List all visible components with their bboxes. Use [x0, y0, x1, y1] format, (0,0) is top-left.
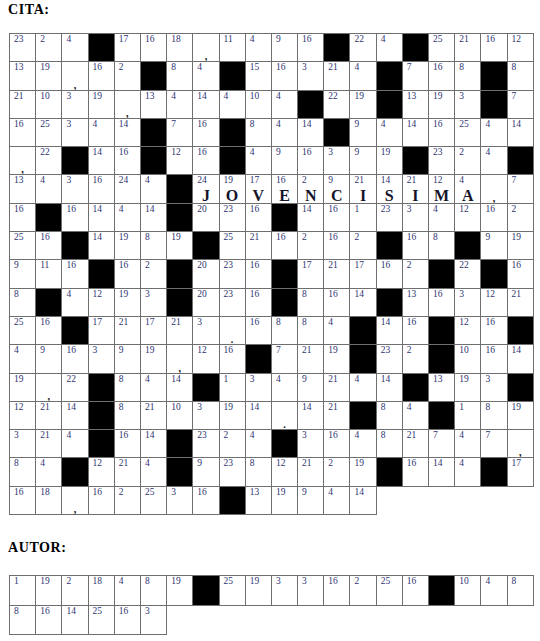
letter-cell[interactable]: 14S [376, 174, 403, 203]
number-cell[interactable]: 14 [192, 90, 219, 119]
number-cell[interactable]: 14 [88, 231, 115, 260]
number-cell[interactable]: 4 [114, 203, 141, 232]
number-cell[interactable]: 8 [9, 288, 36, 317]
number-cell[interactable]: 10 [245, 90, 272, 119]
number-cell[interactable]: 2 [349, 575, 376, 606]
number-cell[interactable]: 16 [114, 605, 141, 636]
number-cell[interactable]: 16 [480, 203, 507, 232]
number-cell[interactable]: 2 [114, 61, 141, 90]
number-cell[interactable]: 25 [9, 316, 36, 345]
number-cell[interactable]: 8 [297, 288, 324, 317]
number-cell[interactable]: 16 [428, 61, 455, 90]
number-cell[interactable]: 9 [480, 231, 507, 260]
number-cell[interactable]: 1 [454, 401, 481, 430]
number-cell[interactable]: 16 [271, 61, 298, 90]
number-cell[interactable]: 4 [88, 118, 115, 147]
number-cell[interactable]: 1 [349, 203, 376, 232]
number-cell[interactable]: 9 [271, 33, 298, 62]
clue-number: 14 [302, 119, 312, 130]
number-cell[interactable]: 1 [9, 575, 36, 606]
number-cell[interactable]: 20 [192, 203, 219, 232]
number-cell[interactable]: 12 [88, 288, 115, 317]
number-cell[interactable]: 3 [323, 146, 350, 175]
number-cell[interactable]: 24 [114, 174, 141, 203]
number-cell[interactable]: 9 [271, 146, 298, 175]
number-cell[interactable]: 9 [297, 373, 324, 402]
number-cell[interactable]: 3 [271, 575, 298, 606]
number-cell[interactable]: 9 [35, 344, 62, 373]
number-cell[interactable]: 16 [271, 231, 298, 260]
number-cell[interactable]: 16 [9, 486, 36, 515]
number-cell[interactable]: 23 [219, 288, 246, 317]
number-cell[interactable]: 4 [480, 118, 507, 147]
number-cell[interactable]: 1 [219, 373, 246, 402]
number-cell[interactable]: 16 [35, 316, 62, 345]
number-cell[interactable]: 21 [245, 231, 272, 260]
number-cell[interactable]: 19 [114, 231, 141, 260]
number-cell[interactable]: 3 [61, 90, 88, 119]
number-cell[interactable]: 4 [114, 575, 141, 606]
number-cell[interactable]: 22 [323, 90, 350, 119]
number-cell[interactable]: 16 [9, 203, 36, 232]
number-cell[interactable]: 23 [376, 344, 403, 373]
number-cell[interactable]: 25 [9, 231, 36, 260]
number-cell[interactable]: 2 [402, 344, 429, 373]
number-cell[interactable]: 16 [114, 259, 141, 288]
number-cell[interactable]: 14 [61, 605, 88, 636]
number-cell[interactable]: 4 [402, 401, 429, 430]
number-cell[interactable]: 2 [402, 259, 429, 288]
number-cell[interactable]: 17 [297, 259, 324, 288]
number-cell[interactable]: 19 [349, 90, 376, 119]
number-cell[interactable]: 2 [114, 486, 141, 515]
clue-number: 8 [381, 402, 386, 413]
punctuation-cell: , [9, 146, 36, 175]
number-cell[interactable]: 7 [507, 90, 534, 119]
number-cell[interactable]: 4 [61, 288, 88, 317]
number-cell[interactable]: 16 [323, 203, 350, 232]
number-cell[interactable]: 23 [192, 429, 219, 458]
number-cell[interactable]: 19 [507, 231, 534, 260]
number-cell[interactable]: 4 [376, 33, 403, 62]
number-cell[interactable]: 16 [323, 575, 350, 606]
number-cell[interactable]: 19 [166, 231, 193, 260]
number-cell[interactable]: 21 [323, 61, 350, 90]
number-cell[interactable]: 2 [323, 457, 350, 486]
number-cell[interactable]: 4 [323, 486, 350, 515]
number-cell[interactable]: 19 [323, 344, 350, 373]
number-cell[interactable]: 21 [402, 429, 429, 458]
number-cell[interactable]: 8 [480, 401, 507, 430]
number-cell[interactable]: 16 [376, 259, 403, 288]
number-cell[interactable]: 25 [219, 575, 246, 606]
number-cell[interactable]: 16 [61, 203, 88, 232]
number-cell[interactable]: 4 [480, 146, 507, 175]
number-cell[interactable]: 16 [402, 316, 429, 345]
number-cell[interactable]: 3 [9, 429, 36, 458]
number-cell[interactable]: 3 [454, 90, 481, 119]
number-cell[interactable]: 9 [297, 486, 324, 515]
number-cell[interactable]: 8 [114, 373, 141, 402]
number-cell[interactable]: 12 [454, 316, 481, 345]
number-cell[interactable]: 8 [376, 429, 403, 458]
number-cell[interactable]: 12 [454, 203, 481, 232]
number-cell[interactable]: 4 [376, 118, 403, 147]
number-cell[interactable]: 3 [61, 118, 88, 147]
clue-number: 17 [119, 34, 129, 45]
number-cell[interactable]: 16 [245, 316, 272, 345]
number-cell[interactable]: 3 [88, 344, 115, 373]
number-cell[interactable]: 17 [88, 316, 115, 345]
number-cell[interactable]: 3 [192, 401, 219, 430]
number-cell[interactable]: 12 [271, 457, 298, 486]
number-cell[interactable]: 4 [271, 90, 298, 119]
number-cell[interactable]: 19 [428, 90, 455, 119]
number-cell[interactable]: 8 [245, 457, 272, 486]
number-cell[interactable]: 2 [219, 429, 246, 458]
number-cell[interactable]: 3 [402, 203, 429, 232]
number-cell[interactable]: 21 [35, 401, 62, 430]
number-cell[interactable]: 4 [245, 33, 272, 62]
number-cell[interactable]: 16 [402, 457, 429, 486]
number-cell[interactable]: 9 [349, 118, 376, 147]
number-cell[interactable]: 3 [61, 174, 88, 203]
number-cell[interactable]: 19 [35, 61, 62, 90]
number-cell[interactable]: 21 [9, 90, 36, 119]
number-cell[interactable]: 12 [166, 146, 193, 175]
number-cell[interactable]: 23 [9, 33, 36, 62]
number-cell[interactable]: 21 [454, 33, 481, 62]
number-cell[interactable]: 16 [88, 174, 115, 203]
number-cell[interactable]: 4 [271, 373, 298, 402]
clue-number: 21 [354, 175, 364, 186]
number-cell[interactable]: 4 [140, 373, 167, 402]
number-cell[interactable]: 16 [428, 118, 455, 147]
number-cell[interactable]: 16 [480, 344, 507, 373]
number-cell[interactable]: 2 [507, 203, 534, 232]
number-cell[interactable]: 16 [402, 575, 429, 606]
number-cell[interactable]: 9 [349, 146, 376, 175]
number-cell[interactable]: 25 [454, 118, 481, 147]
number-cell[interactable]: 14 [88, 146, 115, 175]
letter-cell[interactable]: 17V [245, 174, 272, 203]
number-cell[interactable]: 10 [35, 90, 62, 119]
number-cell[interactable]: 23 [219, 203, 246, 232]
number-cell[interactable]: 21 [114, 316, 141, 345]
number-cell[interactable]: 2 [35, 33, 62, 62]
number-cell[interactable]: 8 [9, 605, 36, 636]
number-cell[interactable]: 16 [114, 146, 141, 175]
number-cell[interactable]: 19 [88, 90, 115, 119]
number-cell[interactable]: 8 [114, 401, 141, 430]
number-cell[interactable]: 16 [61, 344, 88, 373]
number-cell[interactable]: 19 [9, 373, 36, 402]
number-cell[interactable]: 16 [402, 231, 429, 260]
number-cell[interactable]: 4 [61, 33, 88, 62]
number-cell[interactable]: 9 [192, 457, 219, 486]
number-cell[interactable]: 14 [61, 401, 88, 430]
number-cell[interactable]: 9 [114, 344, 141, 373]
number-cell[interactable]: 3 [140, 605, 167, 636]
number-cell[interactable]: 25 [88, 605, 115, 636]
number-cell[interactable]: 4 [140, 457, 167, 486]
number-cell[interactable]: 7 [507, 174, 534, 203]
number-cell[interactable]: 22 [454, 259, 481, 288]
number-cell[interactable]: 12 [192, 344, 219, 373]
number-cell[interactable]: 25 [140, 486, 167, 515]
number-cell[interactable]: 7 [166, 118, 193, 147]
number-cell[interactable]: 20 [192, 259, 219, 288]
number-cell[interactable]: 4 [245, 429, 272, 458]
number-cell[interactable]: 19 [454, 373, 481, 402]
number-cell[interactable]: 12 [88, 457, 115, 486]
letter-cell[interactable]: 19O [219, 174, 246, 203]
number-cell[interactable]: 16 [140, 33, 167, 62]
number-cell[interactable]: 19 [271, 486, 298, 515]
number-cell[interactable]: 4 [9, 344, 36, 373]
number-cell[interactable]: 3 [297, 429, 324, 458]
number-cell[interactable]: 14 [349, 486, 376, 515]
number-cell[interactable]: 3 [297, 575, 324, 606]
number-cell[interactable]: 19 [349, 457, 376, 486]
number-cell[interactable]: 21 [323, 373, 350, 402]
number-cell[interactable]: 12 [9, 401, 36, 430]
number-cell[interactable]: 3 [192, 316, 219, 345]
letter-cell[interactable]: 12M [428, 174, 455, 203]
number-cell[interactable]: 16 [35, 231, 62, 260]
number-cell[interactable]: 7 [402, 61, 429, 90]
number-cell[interactable]: 19 [219, 401, 246, 430]
number-cell[interactable]: 20 [192, 288, 219, 317]
number-cell[interactable]: 21 [297, 457, 324, 486]
number-cell[interactable]: 21 [323, 259, 350, 288]
number-cell[interactable]: 10 [454, 575, 481, 606]
number-cell[interactable]: 11 [219, 33, 246, 62]
number-cell[interactable]: 14 [297, 401, 324, 430]
number-cell[interactable]: 4 [166, 90, 193, 119]
clue-number: 11 [224, 34, 233, 45]
number-cell[interactable]: 8 [454, 61, 481, 90]
number-cell[interactable]: 4 [349, 373, 376, 402]
clue-number: 3 [145, 289, 150, 300]
number-cell[interactable]: 8 [507, 575, 534, 606]
number-cell[interactable]: 25 [428, 33, 455, 62]
number-cell[interactable]: 16 [480, 33, 507, 62]
letter-cell[interactable]: 9C [323, 174, 350, 203]
black-cell [428, 401, 455, 430]
letter-cell[interactable]: 4A [454, 174, 481, 203]
number-cell[interactable]: 16 [480, 316, 507, 345]
number-cell[interactable]: 4 [428, 203, 455, 232]
number-cell[interactable]: 8 [166, 61, 193, 90]
number-cell[interactable]: 3 [140, 288, 167, 317]
punctuation-cell: . [219, 316, 246, 345]
number-cell[interactable]: 7 [428, 429, 455, 458]
letter-cell[interactable]: 16E [271, 174, 298, 203]
number-cell[interactable]: 14 [140, 203, 167, 232]
number-cell[interactable]: 4 [349, 61, 376, 90]
number-cell[interactable]: 14 [428, 457, 455, 486]
number-cell[interactable]: 4 [61, 429, 88, 458]
number-cell[interactable]: 13 [9, 61, 36, 90]
number-cell[interactable]: 16 [88, 61, 115, 90]
number-cell[interactable]: 21 [297, 344, 324, 373]
clue-number: 16 [119, 430, 129, 441]
number-cell[interactable]: 23 [376, 203, 403, 232]
number-cell[interactable]: 8 [140, 575, 167, 606]
number-cell[interactable]: 14 [140, 429, 167, 458]
letter-cell[interactable]: 21I [349, 174, 376, 203]
number-cell[interactable]: 14 [245, 401, 272, 430]
number-cell[interactable]: 17 [140, 316, 167, 345]
number-cell[interactable]: 16 [245, 259, 272, 288]
number-cell[interactable]: 21 [140, 401, 167, 430]
number-cell[interactable]: 4 [192, 61, 219, 90]
number-cell[interactable]: 4 [454, 457, 481, 486]
number-cell[interactable]: 21 [114, 457, 141, 486]
number-cell[interactable]: 16 [61, 259, 88, 288]
number-cell[interactable]: 25 [219, 231, 246, 260]
number-cell[interactable]: 18 [88, 575, 115, 606]
number-cell[interactable]: 21 [507, 288, 534, 317]
number-cell[interactable]: 14 [402, 118, 429, 147]
number-cell[interactable]: 4 [271, 118, 298, 147]
number-cell[interactable]: 8 [507, 61, 534, 90]
number-cell[interactable]: 13 [428, 373, 455, 402]
number-cell[interactable]: 19 [166, 575, 193, 606]
number-cell[interactable]: 16 [192, 118, 219, 147]
number-cell[interactable]: 8 [428, 231, 455, 260]
number-cell[interactable]: 14 [88, 203, 115, 232]
number-cell[interactable]: 4 [454, 429, 481, 458]
number-cell[interactable]: 4 [35, 457, 62, 486]
number-cell[interactable]: 17 [507, 457, 534, 486]
number-cell[interactable]: 14 [507, 118, 534, 147]
number-cell[interactable]: 14 [507, 344, 534, 373]
number-cell[interactable]: 14 [349, 288, 376, 317]
number-cell[interactable]: 13 [245, 486, 272, 515]
number-cell[interactable]: 21 [35, 429, 62, 458]
number-cell[interactable]: 8 [9, 457, 36, 486]
number-cell[interactable]: 2 [61, 575, 88, 606]
number-cell[interactable]: 14 [297, 203, 324, 232]
number-cell[interactable]: 4 [480, 575, 507, 606]
number-cell[interactable]: 16 [192, 486, 219, 515]
number-cell[interactable]: 3 [297, 61, 324, 90]
number-cell[interactable]: 12 [507, 33, 534, 62]
number-cell[interactable]: 16 [245, 288, 272, 317]
number-cell[interactable]: 22 [35, 146, 62, 175]
number-cell[interactable]: 2 [297, 231, 324, 260]
number-cell[interactable]: 14 [376, 373, 403, 402]
number-cell[interactable]: 16 [245, 203, 272, 232]
number-cell[interactable]: 14 [376, 316, 403, 345]
number-cell[interactable]: 16 [35, 605, 62, 636]
number-cell[interactable]: 7 [480, 429, 507, 458]
number-cell[interactable]: 13 [402, 288, 429, 317]
number-cell[interactable]: 19 [114, 288, 141, 317]
number-cell[interactable]: 16 [507, 259, 534, 288]
number-cell[interactable]: 19 [376, 146, 403, 175]
number-cell[interactable]: 16 [323, 231, 350, 260]
number-cell[interactable]: 4 [35, 174, 62, 203]
number-cell[interactable]: 4 [323, 316, 350, 345]
number-cell[interactable]: 2 [454, 146, 481, 175]
number-cell[interactable]: 18 [166, 33, 193, 62]
number-cell[interactable]: 15 [245, 61, 272, 90]
number-cell[interactable]: 23 [428, 146, 455, 175]
letter-cell[interactable]: 21I [402, 174, 429, 203]
number-cell[interactable]: 16 [88, 486, 115, 515]
number-cell[interactable]: 16 [297, 146, 324, 175]
number-cell[interactable]: 22 [349, 33, 376, 62]
number-cell[interactable]: 4 [219, 90, 246, 119]
number-cell[interactable]: 16 [323, 429, 350, 458]
number-cell[interactable]: 16 [323, 288, 350, 317]
number-cell[interactable]: 12 [480, 288, 507, 317]
number-cell[interactable]: 16 [297, 33, 324, 62]
number-cell[interactable]: 21 [323, 401, 350, 430]
letter-cell[interactable]: 24J [192, 174, 219, 203]
number-cell[interactable]: 7 [271, 344, 298, 373]
number-cell[interactable]: 11 [35, 259, 62, 288]
number-cell[interactable]: 8 [271, 316, 298, 345]
number-cell[interactable]: 16 [428, 288, 455, 317]
number-cell[interactable]: 4 [245, 146, 272, 175]
number-cell[interactable]: 2 [140, 259, 167, 288]
number-cell[interactable]: 8 [245, 118, 272, 147]
number-cell[interactable]: 3 [454, 288, 481, 317]
number-cell[interactable]: 4 [349, 429, 376, 458]
number-cell[interactable]: 13 [140, 90, 167, 119]
number-cell[interactable]: 23 [219, 259, 246, 288]
number-cell[interactable]: 10 [166, 401, 193, 430]
number-cell[interactable]: 13 [9, 174, 36, 203]
number-cell[interactable]: 16 [9, 118, 36, 147]
number-cell[interactable]: 16 [114, 429, 141, 458]
number-cell[interactable]: 19 [507, 401, 534, 430]
number-cell[interactable]: 19 [35, 575, 62, 606]
number-cell[interactable]: 18 [35, 486, 62, 515]
number-cell[interactable]: 2 [349, 231, 376, 260]
number-cell[interactable]: 23 [219, 457, 246, 486]
number-cell[interactable]: 19 [140, 344, 167, 373]
number-cell[interactable]: 9 [9, 259, 36, 288]
number-cell[interactable]: 22 [61, 373, 88, 402]
number-cell[interactable]: 17 [114, 33, 141, 62]
number-cell[interactable]: 19 [245, 575, 272, 606]
number-cell[interactable]: 17 [349, 259, 376, 288]
number-cell[interactable]: 3 [245, 373, 272, 402]
number-cell[interactable]: 14 [114, 118, 141, 147]
number-cell[interactable]: 8 [376, 401, 403, 430]
number-cell[interactable]: 4 [140, 174, 167, 203]
number-cell[interactable]: 8 [140, 231, 167, 260]
number-cell[interactable]: 16 [219, 344, 246, 373]
number-cell[interactable]: 14 [297, 118, 324, 147]
number-cell[interactable]: 25 [376, 575, 403, 606]
number-cell[interactable]: 8 [297, 316, 324, 345]
number-cell[interactable]: 10 [454, 344, 481, 373]
number-cell[interactable]: 14 [166, 373, 193, 402]
number-cell[interactable]: 25 [35, 118, 62, 147]
number-cell[interactable]: 13 [402, 90, 429, 119]
number-cell[interactable]: 21 [166, 316, 193, 345]
number-cell[interactable]: 3 [480, 373, 507, 402]
letter-cell[interactable]: 2N [297, 174, 324, 203]
number-cell[interactable]: 3 [166, 486, 193, 515]
number-cell[interactable]: 16 [192, 146, 219, 175]
